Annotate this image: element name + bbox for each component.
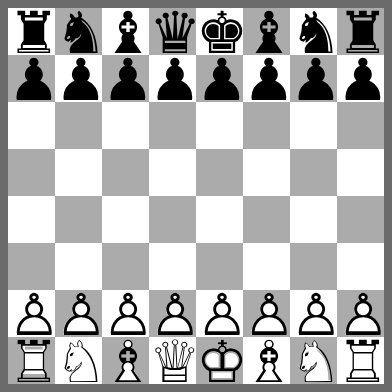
square-a4[interactable] <box>8 196 55 243</box>
piece-white-rook-fill: ♜ <box>337 339 384 386</box>
square-a8[interactable]: ♜ <box>8 8 55 55</box>
square-h7[interactable]: ♟ <box>337 55 384 102</box>
square-g6[interactable] <box>290 102 337 149</box>
square-d5[interactable] <box>149 149 196 196</box>
piece-white-pawn: ♙ <box>149 292 196 339</box>
piece-white-rook-fill: ♜ <box>8 339 55 386</box>
square-g8[interactable]: ♞ <box>290 8 337 55</box>
piece-white-rook: ♖ <box>8 339 55 386</box>
square-a6[interactable] <box>8 102 55 149</box>
square-b7[interactable]: ♟ <box>55 55 102 102</box>
square-h5[interactable] <box>337 149 384 196</box>
piece-white-pawn: ♙ <box>102 292 149 339</box>
piece-white-pawn: ♙ <box>337 292 384 339</box>
piece-black-pawn: ♟ <box>55 57 102 104</box>
square-b8[interactable]: ♞ <box>55 8 102 55</box>
square-c2[interactable]: ♟♙ <box>102 290 149 337</box>
piece-white-pawn-fill: ♟ <box>290 292 337 339</box>
square-b5[interactable] <box>55 149 102 196</box>
piece-white-knight: ♘ <box>55 339 102 386</box>
square-d1[interactable]: ♛♕ <box>149 337 196 384</box>
square-f3[interactable] <box>243 243 290 290</box>
piece-black-pawn: ♟ <box>337 57 384 104</box>
piece-black-knight: ♞ <box>290 10 337 57</box>
square-h8[interactable]: ♜ <box>337 8 384 55</box>
square-h2[interactable]: ♟♙ <box>337 290 384 337</box>
piece-black-pawn: ♟ <box>290 57 337 104</box>
square-f2[interactable]: ♟♙ <box>243 290 290 337</box>
piece-white-bishop: ♗ <box>243 339 290 386</box>
piece-white-pawn-fill: ♟ <box>55 292 102 339</box>
square-f5[interactable] <box>243 149 290 196</box>
square-f7[interactable]: ♟ <box>243 55 290 102</box>
square-b3[interactable] <box>55 243 102 290</box>
square-g1[interactable]: ♞♘ <box>290 337 337 384</box>
piece-white-pawn: ♙ <box>243 292 290 339</box>
piece-white-knight-fill: ♞ <box>290 339 337 386</box>
square-d7[interactable]: ♟ <box>149 55 196 102</box>
square-g5[interactable] <box>290 149 337 196</box>
square-b6[interactable] <box>55 102 102 149</box>
piece-white-queen: ♕ <box>149 339 196 386</box>
piece-black-rook: ♜ <box>337 10 384 57</box>
square-e1[interactable]: ♚♔ <box>196 337 243 384</box>
piece-white-bishop: ♗ <box>102 339 149 386</box>
piece-white-king: ♔ <box>196 339 243 386</box>
square-e5[interactable] <box>196 149 243 196</box>
square-g2[interactable]: ♟♙ <box>290 290 337 337</box>
square-g4[interactable] <box>290 196 337 243</box>
square-b2[interactable]: ♟♙ <box>55 290 102 337</box>
square-g7[interactable]: ♟ <box>290 55 337 102</box>
piece-white-bishop-fill: ♝ <box>243 339 290 386</box>
piece-white-pawn: ♙ <box>8 292 55 339</box>
piece-white-pawn-fill: ♟ <box>337 292 384 339</box>
piece-white-pawn-fill: ♟ <box>149 292 196 339</box>
square-c8[interactable]: ♝ <box>102 8 149 55</box>
square-e6[interactable] <box>196 102 243 149</box>
square-f8[interactable]: ♝ <box>243 8 290 55</box>
square-e8[interactable]: ♚ <box>196 8 243 55</box>
piece-black-queen: ♛ <box>149 10 196 57</box>
piece-black-rook: ♜ <box>8 10 55 57</box>
square-a1[interactable]: ♜♖ <box>8 337 55 384</box>
square-b4[interactable] <box>55 196 102 243</box>
square-h3[interactable] <box>337 243 384 290</box>
square-h1[interactable]: ♜♖ <box>337 337 384 384</box>
square-e7[interactable]: ♟ <box>196 55 243 102</box>
square-h6[interactable] <box>337 102 384 149</box>
square-d3[interactable] <box>149 243 196 290</box>
square-e3[interactable] <box>196 243 243 290</box>
square-c4[interactable] <box>102 196 149 243</box>
square-c6[interactable] <box>102 102 149 149</box>
square-g3[interactable] <box>290 243 337 290</box>
square-a2[interactable]: ♟♙ <box>8 290 55 337</box>
piece-white-king-fill: ♚ <box>196 339 243 386</box>
piece-black-king: ♚ <box>196 10 243 57</box>
square-d8[interactable]: ♛ <box>149 8 196 55</box>
square-d2[interactable]: ♟♙ <box>149 290 196 337</box>
piece-white-pawn: ♙ <box>196 292 243 339</box>
piece-black-knight: ♞ <box>55 10 102 57</box>
square-c7[interactable]: ♟ <box>102 55 149 102</box>
chess-board: ♜♞♝♛♚♝♞♜♟♟♟♟♟♟♟♟♟♙♟♙♟♙♟♙♟♙♟♙♟♙♟♙♜♖♞♘♝♗♛♕… <box>8 8 384 384</box>
square-c3[interactable] <box>102 243 149 290</box>
square-h4[interactable] <box>337 196 384 243</box>
piece-black-bishop: ♝ <box>102 10 149 57</box>
square-e4[interactable] <box>196 196 243 243</box>
piece-black-pawn: ♟ <box>102 57 149 104</box>
piece-white-pawn-fill: ♟ <box>243 292 290 339</box>
square-d6[interactable] <box>149 102 196 149</box>
square-a5[interactable] <box>8 149 55 196</box>
square-f4[interactable] <box>243 196 290 243</box>
piece-white-queen-fill: ♛ <box>149 339 196 386</box>
piece-white-pawn-fill: ♟ <box>196 292 243 339</box>
square-d4[interactable] <box>149 196 196 243</box>
piece-white-pawn: ♙ <box>55 292 102 339</box>
piece-white-bishop-fill: ♝ <box>102 339 149 386</box>
square-e2[interactable]: ♟♙ <box>196 290 243 337</box>
square-c1[interactable]: ♝♗ <box>102 337 149 384</box>
piece-black-pawn: ♟ <box>196 57 243 104</box>
piece-black-pawn: ♟ <box>149 57 196 104</box>
square-a3[interactable] <box>8 243 55 290</box>
piece-black-pawn: ♟ <box>8 57 55 104</box>
piece-white-pawn-fill: ♟ <box>8 292 55 339</box>
piece-white-rook: ♖ <box>337 339 384 386</box>
piece-white-knight-fill: ♞ <box>55 339 102 386</box>
chess-board-frame: ♜♞♝♛♚♝♞♜♟♟♟♟♟♟♟♟♟♙♟♙♟♙♟♙♟♙♟♙♟♙♟♙♜♖♞♘♝♗♛♕… <box>0 0 392 392</box>
square-a7[interactable]: ♟ <box>8 55 55 102</box>
square-f1[interactable]: ♝♗ <box>243 337 290 384</box>
square-c5[interactable] <box>102 149 149 196</box>
square-f6[interactable] <box>243 102 290 149</box>
piece-white-knight: ♘ <box>290 339 337 386</box>
piece-white-pawn: ♙ <box>290 292 337 339</box>
piece-black-pawn: ♟ <box>243 57 290 104</box>
piece-white-pawn-fill: ♟ <box>102 292 149 339</box>
piece-black-bishop: ♝ <box>243 10 290 57</box>
square-b1[interactable]: ♞♘ <box>55 337 102 384</box>
